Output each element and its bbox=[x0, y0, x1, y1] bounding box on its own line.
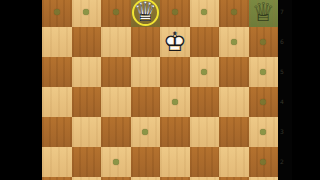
rank-label-7: 7 bbox=[280, 9, 290, 15]
legal-move-dot[interactable] bbox=[231, 9, 237, 15]
square-h3[interactable] bbox=[249, 117, 279, 147]
legal-move-dot[interactable] bbox=[260, 159, 266, 165]
square-h6[interactable] bbox=[249, 27, 279, 57]
square-a7[interactable] bbox=[42, 0, 72, 27]
square-c4[interactable] bbox=[101, 87, 131, 117]
square-e3[interactable] bbox=[160, 117, 190, 147]
square-g6[interactable] bbox=[219, 27, 249, 57]
square-g5[interactable] bbox=[219, 57, 249, 87]
app-background: ♛♕♕♚♔ 765432 bbox=[0, 0, 320, 180]
legal-move-dot[interactable] bbox=[113, 9, 119, 15]
square-a5[interactable] bbox=[42, 57, 72, 87]
legal-move-dot[interactable] bbox=[54, 9, 60, 15]
square-d2[interactable] bbox=[131, 147, 161, 177]
square-b3[interactable] bbox=[72, 117, 102, 147]
rank-label-3: 3 bbox=[280, 129, 290, 135]
legal-move-dot[interactable] bbox=[260, 39, 266, 45]
square-g3[interactable] bbox=[219, 117, 249, 147]
square-e4[interactable] bbox=[160, 87, 190, 117]
legal-move-dot[interactable] bbox=[231, 39, 237, 45]
square-b4[interactable] bbox=[72, 87, 102, 117]
square-d1[interactable] bbox=[131, 177, 161, 180]
square-f4[interactable] bbox=[190, 87, 220, 117]
rank-label-5: 5 bbox=[280, 69, 290, 75]
square-a3[interactable] bbox=[42, 117, 72, 147]
square-c3[interactable] bbox=[101, 117, 131, 147]
square-f7[interactable] bbox=[190, 0, 220, 27]
square-d7[interactable]: ♛♕ bbox=[131, 0, 161, 27]
square-a6[interactable] bbox=[42, 27, 72, 57]
legal-move-dot[interactable] bbox=[201, 9, 207, 15]
legal-move-dot[interactable] bbox=[142, 129, 148, 135]
square-e2[interactable] bbox=[160, 147, 190, 177]
square-c5[interactable] bbox=[101, 57, 131, 87]
square-h2[interactable] bbox=[249, 147, 279, 177]
legal-move-dot[interactable] bbox=[83, 9, 89, 15]
square-g4[interactable] bbox=[219, 87, 249, 117]
white-queen-outline-icon: ♕ bbox=[131, 0, 161, 27]
rank-label-2: 2 bbox=[280, 159, 290, 165]
square-a2[interactable] bbox=[42, 147, 72, 177]
square-b1[interactable] bbox=[72, 177, 102, 180]
square-c6[interactable] bbox=[101, 27, 131, 57]
square-g7[interactable] bbox=[219, 0, 249, 27]
square-e1[interactable] bbox=[160, 177, 190, 180]
queen-ghost[interactable]: ♕ bbox=[249, 0, 279, 27]
square-g1[interactable] bbox=[219, 177, 249, 180]
square-f5[interactable] bbox=[190, 57, 220, 87]
square-f1[interactable] bbox=[190, 177, 220, 180]
square-h4[interactable] bbox=[249, 87, 279, 117]
square-h7[interactable]: ♕ bbox=[249, 0, 279, 27]
legal-move-dot[interactable] bbox=[201, 69, 207, 75]
legal-move-dot[interactable] bbox=[260, 99, 266, 105]
square-c1[interactable] bbox=[101, 177, 131, 180]
square-d4[interactable] bbox=[131, 87, 161, 117]
white-queen[interactable]: ♛♕ bbox=[131, 0, 161, 27]
legal-move-dot[interactable] bbox=[113, 159, 119, 165]
square-b5[interactable] bbox=[72, 57, 102, 87]
legal-move-dot[interactable] bbox=[260, 69, 266, 75]
legal-move-dot[interactable] bbox=[172, 99, 178, 105]
square-e7[interactable] bbox=[160, 0, 190, 27]
square-d5[interactable] bbox=[131, 57, 161, 87]
square-f2[interactable] bbox=[190, 147, 220, 177]
rank-label-4: 4 bbox=[280, 99, 290, 105]
white-king-outline-icon: ♔ bbox=[160, 27, 190, 57]
chess-board: ♛♕♕♚♔ bbox=[42, 0, 278, 180]
legal-move-dot[interactable] bbox=[172, 9, 178, 15]
square-a4[interactable] bbox=[42, 87, 72, 117]
square-b6[interactable] bbox=[72, 27, 102, 57]
square-d6[interactable] bbox=[131, 27, 161, 57]
square-h1[interactable] bbox=[249, 177, 279, 180]
square-d3[interactable] bbox=[131, 117, 161, 147]
hint-queen-ghost-icon: ♕ bbox=[249, 0, 279, 27]
square-e6[interactable]: ♚♔ bbox=[160, 27, 190, 57]
square-g2[interactable] bbox=[219, 147, 249, 177]
rank-label-6: 6 bbox=[280, 39, 290, 45]
square-a1[interactable] bbox=[42, 177, 72, 180]
square-f3[interactable] bbox=[190, 117, 220, 147]
square-f6[interactable] bbox=[190, 27, 220, 57]
square-b2[interactable] bbox=[72, 147, 102, 177]
square-h5[interactable] bbox=[249, 57, 279, 87]
legal-move-dot[interactable] bbox=[260, 129, 266, 135]
square-c7[interactable] bbox=[101, 0, 131, 27]
square-b7[interactable] bbox=[72, 0, 102, 27]
square-e5[interactable] bbox=[160, 57, 190, 87]
rank-coordinate-strip: 765432 bbox=[278, 0, 292, 180]
white-king[interactable]: ♚♔ bbox=[160, 27, 190, 57]
square-c2[interactable] bbox=[101, 147, 131, 177]
